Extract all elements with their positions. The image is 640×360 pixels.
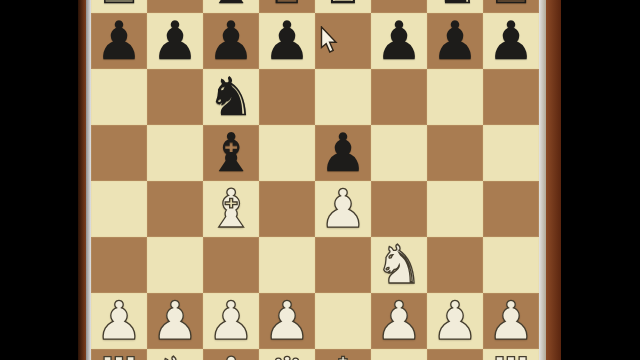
piece-white-queen[interactable]: ♛	[263, 349, 311, 360]
piece-black-pawn[interactable]: ♟	[319, 125, 367, 181]
square-b5[interactable]	[147, 125, 203, 181]
square-c7[interactable]: ♟	[203, 13, 259, 69]
square-d7[interactable]: ♟	[259, 13, 315, 69]
square-h7[interactable]: ♟	[483, 13, 539, 69]
piece-black-pawn[interactable]: ♟	[263, 13, 311, 69]
square-e1[interactable]: ♚	[315, 349, 371, 360]
piece-black-pawn[interactable]: ♟	[431, 13, 479, 69]
square-a2[interactable]: ♟	[91, 293, 147, 349]
square-a7[interactable]: ♟	[91, 13, 147, 69]
chess-board: ♜♝♛♚♞♜♟♟♟♟♟♟♟♞♝♟♝♟♞♟♟♟♟♟♟♟♜♞♝♛♚♜	[91, 0, 539, 360]
square-e4[interactable]: ♟	[315, 181, 371, 237]
square-g6[interactable]	[427, 69, 483, 125]
piece-black-pawn[interactable]: ♟	[207, 13, 255, 69]
piece-black-pawn[interactable]: ♟	[487, 13, 535, 69]
square-h6[interactable]	[483, 69, 539, 125]
mouse-cursor-arrow	[322, 27, 337, 52]
square-f5[interactable]	[371, 125, 427, 181]
piece-white-knight[interactable]: ♞	[375, 237, 423, 293]
square-c3[interactable]	[203, 237, 259, 293]
square-b4[interactable]	[147, 181, 203, 237]
square-e2[interactable]	[315, 293, 371, 349]
board-frame-left-border	[78, 0, 86, 360]
piece-white-pawn[interactable]: ♟	[431, 293, 479, 349]
square-b7[interactable]: ♟	[147, 13, 203, 69]
square-g7[interactable]: ♟	[427, 13, 483, 69]
square-b2[interactable]: ♟	[147, 293, 203, 349]
board-frame-right-border	[546, 0, 561, 360]
square-b1[interactable]: ♞	[147, 349, 203, 360]
square-f7[interactable]: ♟	[371, 13, 427, 69]
square-g5[interactable]	[427, 125, 483, 181]
square-c5[interactable]: ♝	[203, 125, 259, 181]
square-f1[interactable]	[371, 349, 427, 360]
square-e5[interactable]: ♟	[315, 125, 371, 181]
piece-white-bishop[interactable]: ♝	[207, 181, 255, 237]
square-e6[interactable]	[315, 69, 371, 125]
square-d4[interactable]	[259, 181, 315, 237]
letterboxed-video-frame: ♜♝♛♚♞♜♟♟♟♟♟♟♟♞♝♟♝♟♞♟♟♟♟♟♟♟♜♞♝♛♚♜	[0, 0, 640, 360]
square-b6[interactable]	[147, 69, 203, 125]
piece-white-pawn[interactable]: ♟	[263, 293, 311, 349]
piece-white-rook[interactable]: ♜	[487, 349, 535, 360]
square-g4[interactable]	[427, 181, 483, 237]
square-e8[interactable]: ♚	[315, 0, 371, 13]
piece-white-pawn[interactable]: ♟	[151, 293, 199, 349]
piece-white-pawn[interactable]: ♟	[95, 293, 143, 349]
square-b3[interactable]	[147, 237, 203, 293]
piece-black-knight[interactable]: ♞	[207, 69, 255, 125]
square-g1[interactable]	[427, 349, 483, 360]
square-d1[interactable]: ♛	[259, 349, 315, 360]
piece-white-pawn[interactable]: ♟	[375, 293, 423, 349]
square-a5[interactable]	[91, 125, 147, 181]
square-f4[interactable]	[371, 181, 427, 237]
square-a6[interactable]	[91, 69, 147, 125]
square-h2[interactable]: ♟	[483, 293, 539, 349]
square-c4[interactable]: ♝	[203, 181, 259, 237]
square-f6[interactable]	[371, 69, 427, 125]
square-g3[interactable]	[427, 237, 483, 293]
piece-white-bishop[interactable]: ♝	[207, 349, 255, 360]
square-a1[interactable]: ♜	[91, 349, 147, 360]
square-d2[interactable]: ♟	[259, 293, 315, 349]
mouse-cursor	[320, 26, 340, 56]
square-h1[interactable]: ♜	[483, 349, 539, 360]
piece-white-rook[interactable]: ♜	[95, 349, 143, 360]
piece-black-king[interactable]: ♚	[319, 0, 367, 13]
square-c2[interactable]: ♟	[203, 293, 259, 349]
square-h5[interactable]	[483, 125, 539, 181]
piece-black-pawn[interactable]: ♟	[151, 13, 199, 69]
square-d6[interactable]	[259, 69, 315, 125]
piece-black-pawn[interactable]: ♟	[95, 13, 143, 69]
square-d3[interactable]	[259, 237, 315, 293]
square-a4[interactable]	[91, 181, 147, 237]
piece-black-bishop[interactable]: ♝	[207, 125, 255, 181]
square-f2[interactable]: ♟	[371, 293, 427, 349]
piece-white-king[interactable]: ♚	[319, 349, 367, 360]
square-g2[interactable]: ♟	[427, 293, 483, 349]
piece-white-pawn[interactable]: ♟	[319, 181, 367, 237]
square-d5[interactable]	[259, 125, 315, 181]
window-edge-right	[539, 0, 546, 360]
square-e3[interactable]	[315, 237, 371, 293]
piece-white-knight[interactable]: ♞	[151, 349, 199, 360]
piece-black-pawn[interactable]: ♟	[375, 13, 423, 69]
piece-white-pawn[interactable]: ♟	[487, 293, 535, 349]
piece-white-pawn[interactable]: ♟	[207, 293, 255, 349]
square-c1[interactable]: ♝	[203, 349, 259, 360]
square-f3[interactable]: ♞	[371, 237, 427, 293]
square-h3[interactable]	[483, 237, 539, 293]
square-h4[interactable]	[483, 181, 539, 237]
square-c6[interactable]: ♞	[203, 69, 259, 125]
square-a3[interactable]	[91, 237, 147, 293]
